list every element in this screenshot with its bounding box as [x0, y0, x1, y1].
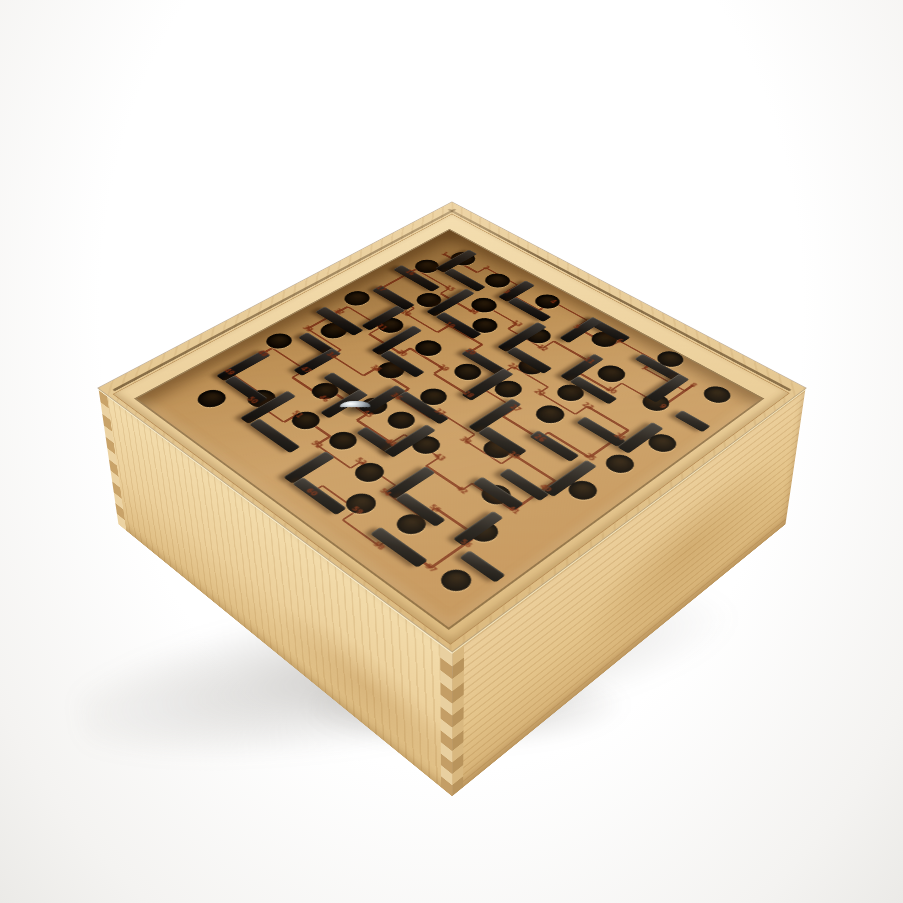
maze-wall: [396, 391, 449, 424]
ball-shadow: [330, 395, 374, 423]
maze-hole: [531, 403, 569, 427]
maze-wall: [356, 427, 403, 458]
maze-wall: [385, 466, 436, 499]
finger-joint-left-corner: [98, 391, 126, 531]
guide-line: [438, 412, 475, 435]
guide-line: [356, 414, 368, 421]
maze-hole: [642, 431, 681, 456]
maze-hole: [478, 437, 517, 462]
guide-line: [547, 432, 590, 458]
guide-line: [465, 536, 477, 544]
guide-line: [356, 420, 392, 444]
maze-hole: [193, 387, 230, 410]
guide-line: [574, 406, 588, 415]
guide-line: [349, 461, 361, 469]
guide-line: [378, 538, 391, 547]
maze-hole: [637, 391, 675, 414]
checkpoint-number: 52: [308, 440, 323, 450]
maze-wall: [239, 391, 296, 424]
guide-line: [466, 387, 480, 396]
guide-line: [341, 510, 357, 521]
guide-line: [538, 392, 576, 415]
guide-line: [621, 383, 663, 407]
checkpoint-number: 55: [427, 503, 443, 514]
guide-line: [502, 408, 516, 417]
maze-hole: [698, 383, 735, 406]
checkpoint-number: 51: [290, 410, 304, 419]
guide-line: [341, 519, 379, 546]
checkpoint-number: 25: [581, 453, 596, 463]
checkpoint-number: 60: [303, 487, 318, 497]
maze-hole: [462, 518, 503, 546]
guide-line: [471, 483, 514, 511]
guide-line: [464, 440, 502, 464]
guide-line: [251, 394, 263, 401]
finger-joint-bottom-corner-right: [452, 645, 464, 796]
maze-wall: [529, 431, 579, 462]
guide-line: [425, 457, 440, 467]
maze-wall: [292, 477, 347, 515]
guide-line: [464, 434, 475, 441]
checkpoint-number: 41: [505, 505, 521, 516]
guide-line: [502, 416, 540, 439]
finger-joint-bottom-corner: [440, 645, 452, 796]
checkpoint-number: 40: [538, 483, 553, 493]
maze-wall: [617, 423, 663, 454]
maze-wall: [459, 551, 505, 583]
maze-wall: [224, 376, 268, 405]
maze-wall: [369, 527, 427, 568]
guide-line: [429, 412, 440, 419]
guide-line: [500, 455, 515, 465]
maze-hole: [480, 271, 514, 290]
checkpoint-number: 44: [383, 438, 398, 448]
maze-hole: [323, 429, 362, 454]
guide-line: [586, 406, 629, 431]
guide-line: [395, 396, 431, 419]
guide-line: [310, 485, 322, 493]
checkpoint-number: 10: [603, 387, 617, 396]
maze-hole: [287, 409, 325, 433]
maze-wall: [472, 477, 523, 511]
guide-line: [390, 434, 405, 443]
checkpoint-number: 24: [612, 432, 627, 441]
guide-line: [291, 377, 324, 399]
maze-wall: [468, 399, 521, 433]
maze-wall: [383, 425, 435, 458]
checkpoint-number: 43: [431, 453, 446, 463]
guide-line: [315, 445, 351, 469]
maze-wall: [452, 511, 503, 546]
guide-line: [661, 385, 693, 407]
checkpoint-number: 37: [432, 408, 447, 417]
guide-line: [588, 436, 620, 458]
checkpoint-number: 22: [532, 389, 546, 398]
guide-line: [384, 485, 396, 493]
maze-wall: [477, 427, 526, 458]
maze-hole: [354, 395, 392, 419]
guide-line: [323, 392, 335, 399]
labyrinth-box: 1234567891011121314151617181920212223242…: [98, 202, 805, 651]
guide-line: [388, 538, 431, 569]
maze-hole: [434, 566, 477, 596]
checkpoint-number: 45: [359, 410, 373, 419]
checkpoint-number: 36: [389, 392, 403, 401]
steel-ball: [339, 401, 370, 412]
maze-hole: [406, 433, 445, 458]
guide-line: [296, 414, 331, 437]
guide-line: [359, 461, 396, 486]
checkpoint-number: 53: [353, 457, 368, 467]
guide-line: [420, 508, 436, 518]
guide-line: [538, 387, 549, 394]
maze-wall: [542, 460, 596, 497]
checkpoint-number: 56: [458, 538, 474, 549]
guide-line: [538, 432, 549, 439]
scene: 1234567891011121314151617181920212223242…: [0, 0, 903, 903]
guide-line: [513, 455, 556, 482]
guide-line: [333, 392, 368, 415]
maze-wall: [576, 417, 626, 448]
maze-hole: [243, 387, 280, 410]
maze-wall: [673, 411, 710, 433]
guide-line: [315, 436, 330, 445]
guide-line: [479, 387, 516, 409]
checkpoint-number: 50: [244, 396, 258, 405]
guide-line: [544, 481, 555, 489]
maze-hole: [340, 289, 375, 309]
guide-line: [425, 466, 463, 491]
maze-hole: [349, 460, 389, 486]
checkpoint-number: 26: [531, 434, 546, 443]
guide-line: [430, 543, 467, 569]
guide-line: [434, 508, 477, 537]
maze-hole: [414, 385, 451, 408]
guide-line: [321, 485, 358, 511]
checkpoint-number: 59: [349, 505, 365, 516]
maze-wall: [357, 385, 405, 414]
maze-wall: [248, 419, 300, 454]
checkpoint-number: 42: [454, 485, 469, 495]
checkpoint-number: 27: [507, 404, 522, 413]
maze-hole: [475, 482, 515, 509]
maze-wall: [395, 493, 445, 527]
product-photo-stage: 1234567891011121314151617181920212223242…: [0, 0, 903, 903]
checkpoint-number: 28: [460, 391, 474, 400]
checkpoint-number: 39: [506, 451, 521, 461]
maze-hole: [382, 409, 420, 433]
guide-line: [403, 434, 440, 458]
checkpoint-number: 57: [422, 562, 438, 573]
guide-line: [384, 492, 422, 518]
maze-wall: [283, 451, 334, 483]
guide-line: [251, 400, 284, 423]
maze-wall: [498, 468, 549, 501]
maze-hole: [562, 477, 602, 504]
checkpoint-number: 58: [371, 541, 387, 552]
maze-wall: [645, 374, 689, 403]
maze-hole: [410, 338, 446, 359]
checkpoint-number: 46: [317, 394, 331, 403]
maze-hole: [261, 331, 297, 352]
checkpoint-number: 54: [377, 487, 392, 497]
guide-line: [282, 414, 297, 423]
maze-hole: [340, 490, 381, 517]
checkpoint-number: 38: [457, 436, 472, 446]
maze-hole: [600, 451, 639, 477]
guide-line: [512, 488, 546, 512]
maze-wall: [319, 389, 367, 418]
guide-line: [461, 483, 473, 491]
checkpoint-number: 9: [657, 403, 667, 410]
maze-hole: [390, 511, 431, 539]
tilt-knob-right[interactable]: [785, 391, 805, 525]
guide-line: [618, 430, 629, 437]
checkpoint-number: 23: [580, 402, 595, 411]
guide-line: [395, 389, 409, 398]
